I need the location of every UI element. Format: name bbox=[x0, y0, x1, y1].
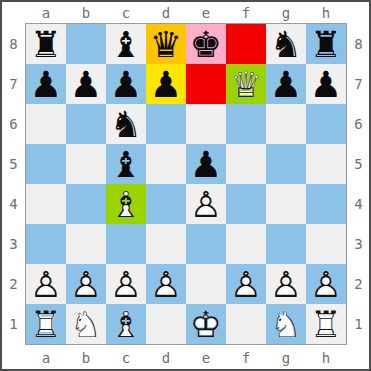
square-d3[interactable] bbox=[146, 224, 186, 264]
file-label-d: d bbox=[146, 347, 186, 369]
pawn-glyph-outline: ♙ bbox=[26, 264, 66, 304]
square-f7[interactable]: ♛♕ bbox=[226, 64, 266, 104]
file-label-h: h bbox=[306, 347, 346, 369]
rank-label-7: 7 bbox=[2, 64, 25, 104]
rank-label-2: 2 bbox=[2, 264, 25, 304]
square-b3[interactable] bbox=[66, 224, 106, 264]
rank-label-5: 5 bbox=[348, 144, 369, 184]
piece-black-king[interactable]: ♚ bbox=[186, 24, 226, 64]
bishop-glyph: ♝ bbox=[106, 144, 146, 184]
piece-white-pawn[interactable]: ♟♙ bbox=[186, 184, 226, 224]
piece-white-pawn[interactable]: ♟♙ bbox=[226, 264, 266, 304]
piece-black-rook[interactable]: ♜ bbox=[26, 24, 66, 64]
file-label-f: f bbox=[226, 347, 266, 369]
piece-black-pawn[interactable]: ♟ bbox=[146, 64, 186, 104]
square-e8[interactable]: ♚ bbox=[186, 24, 226, 64]
file-label-b: b bbox=[66, 2, 106, 23]
square-a6[interactable] bbox=[26, 104, 66, 144]
square-a5[interactable] bbox=[26, 144, 66, 184]
square-d1[interactable] bbox=[146, 304, 186, 344]
piece-white-knight[interactable]: ♞♘ bbox=[66, 304, 106, 344]
king-glyph: ♚ bbox=[186, 24, 226, 64]
square-c4[interactable]: ♝♗ bbox=[106, 184, 146, 224]
square-b1[interactable]: ♞♘ bbox=[66, 304, 106, 344]
square-a4[interactable] bbox=[26, 184, 66, 224]
square-b5[interactable] bbox=[66, 144, 106, 184]
piece-black-knight[interactable]: ♞ bbox=[266, 24, 306, 64]
rank-label-6: 6 bbox=[2, 104, 25, 144]
piece-black-knight[interactable]: ♞ bbox=[106, 104, 146, 144]
rank-labels-right: 87654321 bbox=[348, 24, 369, 344]
rank-label-2: 2 bbox=[348, 264, 369, 304]
rank-label-3: 3 bbox=[2, 224, 25, 264]
rank-label-3: 3 bbox=[348, 224, 369, 264]
square-e2[interactable] bbox=[186, 264, 226, 304]
rank-label-7: 7 bbox=[348, 64, 369, 104]
file-label-a: a bbox=[26, 2, 66, 23]
piece-black-pawn[interactable]: ♟ bbox=[26, 64, 66, 104]
pawn-glyph: ♟ bbox=[66, 64, 106, 104]
queen-glyph-outline: ♕ bbox=[226, 64, 266, 104]
rook-glyph: ♜ bbox=[26, 24, 66, 64]
bishop-glyph-outline: ♗ bbox=[106, 304, 146, 344]
square-a2[interactable]: ♟♙ bbox=[26, 264, 66, 304]
square-h8[interactable]: ♜ bbox=[306, 24, 346, 64]
square-h3[interactable] bbox=[306, 224, 346, 264]
square-g4[interactable] bbox=[266, 184, 306, 224]
piece-black-rook[interactable]: ♜ bbox=[306, 24, 346, 64]
file-labels-bottom: abcdefgh bbox=[26, 347, 346, 369]
piece-white-king[interactable]: ♚♔ bbox=[186, 304, 226, 344]
square-d8[interactable]: ♛ bbox=[146, 24, 186, 64]
pawn-glyph-outline: ♙ bbox=[146, 264, 186, 304]
file-label-d: d bbox=[146, 2, 186, 23]
square-f3[interactable] bbox=[226, 224, 266, 264]
file-label-b: b bbox=[66, 347, 106, 369]
square-d2[interactable]: ♟♙ bbox=[146, 264, 186, 304]
square-d6[interactable] bbox=[146, 104, 186, 144]
square-g8[interactable]: ♞ bbox=[266, 24, 306, 64]
square-f1[interactable] bbox=[226, 304, 266, 344]
knight-glyph: ♞ bbox=[266, 24, 306, 64]
chess-diagram: abcdefgh 87654321 ♜♝♛♚♞♜♟♟♟♟♛♕♟♟♞♝♟♝♗♟♙♟… bbox=[0, 0, 371, 371]
square-h1[interactable]: ♜♖ bbox=[306, 304, 346, 344]
square-a7[interactable]: ♟ bbox=[26, 64, 66, 104]
square-e5[interactable]: ♟ bbox=[186, 144, 226, 184]
square-g1[interactable]: ♞♘ bbox=[266, 304, 306, 344]
square-h4[interactable] bbox=[306, 184, 346, 224]
file-label-c: c bbox=[106, 2, 146, 23]
square-g7[interactable]: ♟ bbox=[266, 64, 306, 104]
pawn-glyph: ♟ bbox=[306, 64, 346, 104]
rank-label-5: 5 bbox=[2, 144, 25, 184]
piece-black-pawn[interactable]: ♟ bbox=[66, 64, 106, 104]
piece-white-bishop[interactable]: ♝♗ bbox=[106, 304, 146, 344]
square-c2[interactable]: ♟♙ bbox=[106, 264, 146, 304]
square-e4[interactable]: ♟♙ bbox=[186, 184, 226, 224]
square-b7[interactable]: ♟ bbox=[66, 64, 106, 104]
square-g3[interactable] bbox=[266, 224, 306, 264]
piece-white-bishop[interactable]: ♝♗ bbox=[106, 184, 146, 224]
file-label-e: e bbox=[186, 2, 226, 23]
piece-black-pawn[interactable]: ♟ bbox=[306, 64, 346, 104]
square-g6[interactable] bbox=[266, 104, 306, 144]
piece-black-pawn[interactable]: ♟ bbox=[106, 64, 146, 104]
bishop-glyph-outline: ♗ bbox=[106, 184, 146, 224]
square-b6[interactable] bbox=[66, 104, 106, 144]
file-labels-top: abcdefgh bbox=[26, 2, 346, 23]
rank-label-4: 4 bbox=[2, 184, 25, 224]
square-b2[interactable]: ♟♙ bbox=[66, 264, 106, 304]
rank-label-1: 1 bbox=[2, 304, 25, 344]
pawn-glyph: ♟ bbox=[186, 144, 226, 184]
square-h2[interactable]: ♟♙ bbox=[306, 264, 346, 304]
knight-glyph: ♞ bbox=[106, 104, 146, 144]
knight-glyph-outline: ♘ bbox=[266, 304, 306, 344]
piece-black-bishop[interactable]: ♝ bbox=[106, 144, 146, 184]
rank-label-1: 1 bbox=[348, 304, 369, 344]
piece-black-queen[interactable]: ♛ bbox=[146, 24, 186, 64]
piece-black-pawn[interactable]: ♟ bbox=[186, 144, 226, 184]
pawn-glyph-outline: ♙ bbox=[66, 264, 106, 304]
rook-glyph-outline: ♖ bbox=[306, 304, 346, 344]
rank-label-8: 8 bbox=[2, 24, 25, 64]
square-f6[interactable] bbox=[226, 104, 266, 144]
piece-white-rook[interactable]: ♜♖ bbox=[26, 304, 66, 344]
rank-label-6: 6 bbox=[348, 104, 369, 144]
pawn-glyph: ♟ bbox=[266, 64, 306, 104]
rook-glyph: ♜ bbox=[306, 24, 346, 64]
queen-glyph: ♛ bbox=[146, 24, 186, 64]
file-label-g: g bbox=[266, 2, 306, 23]
square-c1[interactable]: ♝♗ bbox=[106, 304, 146, 344]
piece-white-pawn[interactable]: ♟♙ bbox=[306, 264, 346, 304]
square-b4[interactable] bbox=[66, 184, 106, 224]
square-e7[interactable] bbox=[186, 64, 226, 104]
knight-glyph-outline: ♘ bbox=[66, 304, 106, 344]
file-label-h: h bbox=[306, 2, 346, 23]
square-a1[interactable]: ♜♖ bbox=[26, 304, 66, 344]
king-glyph-outline: ♔ bbox=[186, 304, 226, 344]
pawn-glyph-outline: ♙ bbox=[106, 264, 146, 304]
rook-glyph-outline: ♖ bbox=[26, 304, 66, 344]
square-c7[interactable]: ♟ bbox=[106, 64, 146, 104]
square-h5[interactable] bbox=[306, 144, 346, 184]
square-d7[interactable]: ♟ bbox=[146, 64, 186, 104]
piece-black-pawn[interactable]: ♟ bbox=[266, 64, 306, 104]
piece-white-pawn[interactable]: ♟♙ bbox=[146, 264, 186, 304]
square-c8[interactable]: ♝ bbox=[106, 24, 146, 64]
file-label-a: a bbox=[26, 347, 66, 369]
piece-white-pawn[interactable]: ♟♙ bbox=[26, 264, 66, 304]
square-f4[interactable] bbox=[226, 184, 266, 224]
square-f8[interactable] bbox=[226, 24, 266, 64]
piece-white-pawn[interactable]: ♟♙ bbox=[266, 264, 306, 304]
pawn-glyph-outline: ♙ bbox=[266, 264, 306, 304]
square-d4[interactable] bbox=[146, 184, 186, 224]
piece-white-queen[interactable]: ♛♕ bbox=[226, 64, 266, 104]
rank-labels-left: 87654321 bbox=[2, 24, 25, 344]
square-c5[interactable]: ♝ bbox=[106, 144, 146, 184]
square-e1[interactable]: ♚♔ bbox=[186, 304, 226, 344]
piece-white-rook[interactable]: ♜♖ bbox=[306, 304, 346, 344]
square-b8[interactable] bbox=[66, 24, 106, 64]
square-a8[interactable]: ♜ bbox=[26, 24, 66, 64]
file-label-c: c bbox=[106, 347, 146, 369]
square-h7[interactable]: ♟ bbox=[306, 64, 346, 104]
rank-label-4: 4 bbox=[348, 184, 369, 224]
square-e6[interactable] bbox=[186, 104, 226, 144]
piece-black-bishop[interactable]: ♝ bbox=[106, 24, 146, 64]
pawn-glyph-outline: ♙ bbox=[226, 264, 266, 304]
square-e3[interactable] bbox=[186, 224, 226, 264]
square-g2[interactable]: ♟♙ bbox=[266, 264, 306, 304]
piece-white-pawn[interactable]: ♟♙ bbox=[66, 264, 106, 304]
file-label-f: f bbox=[226, 2, 266, 23]
pawn-glyph-outline: ♙ bbox=[306, 264, 346, 304]
board: ♜♝♛♚♞♜♟♟♟♟♛♕♟♟♞♝♟♝♗♟♙♟♙♟♙♟♙♟♙♟♙♟♙♟♙♜♖♞♘♝… bbox=[25, 23, 347, 345]
square-f2[interactable]: ♟♙ bbox=[226, 264, 266, 304]
square-c6[interactable]: ♞ bbox=[106, 104, 146, 144]
bishop-glyph: ♝ bbox=[106, 24, 146, 64]
pawn-glyph: ♟ bbox=[106, 64, 146, 104]
file-label-g: g bbox=[266, 347, 306, 369]
square-d5[interactable] bbox=[146, 144, 186, 184]
square-c3[interactable] bbox=[106, 224, 146, 264]
pawn-glyph: ♟ bbox=[26, 64, 66, 104]
rank-label-8: 8 bbox=[348, 24, 369, 64]
pawn-glyph-outline: ♙ bbox=[186, 184, 226, 224]
square-g5[interactable] bbox=[266, 144, 306, 184]
square-h6[interactable] bbox=[306, 104, 346, 144]
square-a3[interactable] bbox=[26, 224, 66, 264]
file-label-e: e bbox=[186, 347, 226, 369]
piece-white-pawn[interactable]: ♟♙ bbox=[106, 264, 146, 304]
piece-white-knight[interactable]: ♞♘ bbox=[266, 304, 306, 344]
square-f5[interactable] bbox=[226, 144, 266, 184]
pawn-glyph: ♟ bbox=[146, 64, 186, 104]
